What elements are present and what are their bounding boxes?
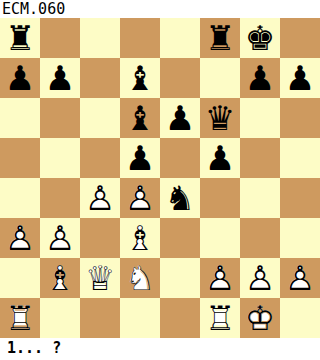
- piece-outline: ♙: [80, 178, 120, 218]
- square-f7[interactable]: [200, 58, 240, 98]
- square-d2[interactable]: ♞♘: [120, 258, 160, 298]
- square-f2[interactable]: ♟♙: [200, 258, 240, 298]
- piece-white-pawn[interactable]: ♟♙: [40, 218, 80, 258]
- chess-board: ♜♜♚♟♟♝♟♟♝♟♛♟♟♟♙♟♙♞♟♙♟♙♝♗♝♗♛♕♞♘♟♙♟♙♟♙♜♖♜♖…: [0, 18, 320, 338]
- piece-outline: ♙: [0, 218, 40, 258]
- piece-white-pawn[interactable]: ♟♙: [280, 258, 320, 298]
- square-d6[interactable]: ♝: [120, 98, 160, 138]
- square-f1[interactable]: ♜♖: [200, 298, 240, 338]
- piece-outline: ♗: [120, 218, 160, 258]
- piece-white-pawn[interactable]: ♟♙: [120, 178, 160, 218]
- square-g7[interactable]: ♟: [240, 58, 280, 98]
- square-a3[interactable]: ♟♙: [0, 218, 40, 258]
- piece-outline: ♔: [240, 298, 280, 338]
- square-a8[interactable]: ♜: [0, 18, 40, 58]
- square-e3[interactable]: [160, 218, 200, 258]
- piece-outline: ♖: [0, 298, 40, 338]
- piece-white-rook[interactable]: ♜♖: [0, 298, 40, 338]
- square-b2[interactable]: ♝♗: [40, 258, 80, 298]
- piece-white-pawn[interactable]: ♟♙: [240, 258, 280, 298]
- square-g1[interactable]: ♚♔: [240, 298, 280, 338]
- square-d3[interactable]: ♝♗: [120, 218, 160, 258]
- piece-black-pawn[interactable]: ♟: [240, 58, 280, 98]
- piece-white-bishop[interactable]: ♝♗: [40, 258, 80, 298]
- piece-black-queen[interactable]: ♛: [200, 98, 240, 138]
- square-g6[interactable]: [240, 98, 280, 138]
- piece-white-pawn[interactable]: ♟♙: [80, 178, 120, 218]
- square-d7[interactable]: ♝: [120, 58, 160, 98]
- square-g4[interactable]: [240, 178, 280, 218]
- square-f8[interactable]: ♜: [200, 18, 240, 58]
- square-a1[interactable]: ♜♖: [0, 298, 40, 338]
- piece-black-pawn[interactable]: ♟: [280, 58, 320, 98]
- piece-outline: ♙: [120, 178, 160, 218]
- square-g2[interactable]: ♟♙: [240, 258, 280, 298]
- square-c5[interactable]: [80, 138, 120, 178]
- square-h5[interactable]: [280, 138, 320, 178]
- square-d5[interactable]: ♟: [120, 138, 160, 178]
- square-c6[interactable]: [80, 98, 120, 138]
- square-e6[interactable]: ♟: [160, 98, 200, 138]
- square-c3[interactable]: [80, 218, 120, 258]
- square-a4[interactable]: [0, 178, 40, 218]
- square-a2[interactable]: [0, 258, 40, 298]
- piece-outline: ♗: [40, 258, 80, 298]
- piece-black-rook[interactable]: ♜: [0, 18, 40, 58]
- piece-outline: ♙: [280, 258, 320, 298]
- window-title: ECM.060: [0, 0, 320, 18]
- square-g5[interactable]: [240, 138, 280, 178]
- square-b3[interactable]: ♟♙: [40, 218, 80, 258]
- piece-white-pawn[interactable]: ♟♙: [200, 258, 240, 298]
- piece-white-bishop[interactable]: ♝♗: [120, 218, 160, 258]
- square-a6[interactable]: [0, 98, 40, 138]
- piece-outline: ♙: [200, 258, 240, 298]
- piece-white-pawn[interactable]: ♟♙: [0, 218, 40, 258]
- square-d1[interactable]: [120, 298, 160, 338]
- square-g8[interactable]: ♚: [240, 18, 280, 58]
- piece-black-pawn[interactable]: ♟: [200, 138, 240, 178]
- square-e4[interactable]: ♞: [160, 178, 200, 218]
- square-e1[interactable]: [160, 298, 200, 338]
- piece-white-knight[interactable]: ♞♘: [120, 258, 160, 298]
- piece-white-king[interactable]: ♚♔: [240, 298, 280, 338]
- square-b4[interactable]: [40, 178, 80, 218]
- square-h7[interactable]: ♟: [280, 58, 320, 98]
- piece-black-pawn[interactable]: ♟: [40, 58, 80, 98]
- piece-outline: ♙: [40, 218, 80, 258]
- square-b8[interactable]: [40, 18, 80, 58]
- square-c2[interactable]: ♛♕: [80, 258, 120, 298]
- piece-black-king[interactable]: ♚: [240, 18, 280, 58]
- square-h4[interactable]: [280, 178, 320, 218]
- piece-outline: ♘: [120, 258, 160, 298]
- square-b5[interactable]: [40, 138, 80, 178]
- piece-outline: ♕: [80, 258, 120, 298]
- square-d4[interactable]: ♟♙: [120, 178, 160, 218]
- square-c7[interactable]: [80, 58, 120, 98]
- square-g3[interactable]: [240, 218, 280, 258]
- square-f5[interactable]: ♟: [200, 138, 240, 178]
- square-f6[interactable]: ♛: [200, 98, 240, 138]
- piece-black-pawn[interactable]: ♟: [0, 58, 40, 98]
- square-b1[interactable]: [40, 298, 80, 338]
- piece-black-rook[interactable]: ♜: [200, 18, 240, 58]
- square-c4[interactable]: ♟♙: [80, 178, 120, 218]
- square-h1[interactable]: [280, 298, 320, 338]
- square-f3[interactable]: [200, 218, 240, 258]
- piece-white-queen[interactable]: ♛♕: [80, 258, 120, 298]
- piece-black-pawn[interactable]: ♟: [120, 138, 160, 178]
- square-e8[interactable]: [160, 18, 200, 58]
- square-h8[interactable]: [280, 18, 320, 58]
- square-e7[interactable]: [160, 58, 200, 98]
- square-a5[interactable]: [0, 138, 40, 178]
- piece-black-bishop[interactable]: ♝: [120, 98, 160, 138]
- square-c1[interactable]: [80, 298, 120, 338]
- square-e2[interactable]: [160, 258, 200, 298]
- piece-black-pawn[interactable]: ♟: [160, 98, 200, 138]
- square-f4[interactable]: [200, 178, 240, 218]
- square-h6[interactable]: [280, 98, 320, 138]
- square-c8[interactable]: [80, 18, 120, 58]
- piece-outline: ♖: [200, 298, 240, 338]
- piece-black-bishop[interactable]: ♝: [120, 58, 160, 98]
- square-a7[interactable]: ♟: [0, 58, 40, 98]
- square-e5[interactable]: [160, 138, 200, 178]
- move-prompt: 1... ?: [0, 338, 320, 360]
- square-b6[interactable]: [40, 98, 80, 138]
- piece-black-knight[interactable]: ♞: [160, 178, 200, 218]
- square-b7[interactable]: ♟: [40, 58, 80, 98]
- piece-white-rook[interactable]: ♜♖: [200, 298, 240, 338]
- piece-outline: ♙: [240, 258, 280, 298]
- square-d8[interactable]: [120, 18, 160, 58]
- square-h2[interactable]: ♟♙: [280, 258, 320, 298]
- square-h3[interactable]: [280, 218, 320, 258]
